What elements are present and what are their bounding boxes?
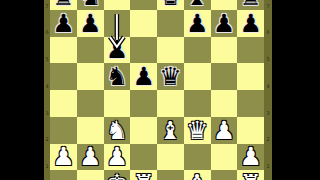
chess-video-frame: ♜♞♚♝♜♟♟♟♟♟♟♞♟♛♞♝♛♟♟♟♟♟♚♜♝♜ 8877665544332…	[0, 0, 320, 180]
piece-black-knight-c5[interactable]: ♞	[106, 64, 128, 89]
square-d8[interactable]	[130, 0, 157, 10]
square-a6[interactable]	[50, 37, 77, 64]
piece-white-king-c1[interactable]: ♚	[106, 171, 128, 180]
piece-black-rook-a8[interactable]: ♜	[52, 0, 74, 9]
piece-black-pawn-a7[interactable]: ♟	[52, 11, 74, 36]
square-a1[interactable]	[50, 170, 77, 180]
square-f7[interactable]: ♟	[184, 10, 211, 37]
square-f5[interactable]	[184, 63, 211, 90]
chess-board: ♜♞♚♝♜♟♟♟♟♟♟♞♟♛♞♝♛♟♟♟♟♟♚♜♝♜	[50, 0, 264, 180]
piece-white-pawn-a2[interactable]: ♟	[52, 144, 74, 169]
square-h7[interactable]: ♟	[237, 10, 264, 37]
square-c1[interactable]: ♚	[104, 170, 131, 180]
rank-label-right-7: 7	[264, 0, 272, 20]
piece-black-bishop-f8[interactable]: ♝	[186, 0, 208, 9]
square-e8[interactable]: ♚	[157, 0, 184, 10]
square-e1[interactable]	[157, 170, 184, 180]
square-d5[interactable]: ♟	[130, 63, 157, 90]
square-g3[interactable]: ♟	[211, 117, 238, 144]
square-e7[interactable]	[157, 10, 184, 37]
square-g5[interactable]	[211, 63, 238, 90]
piece-white-pawn-b2[interactable]: ♟	[79, 144, 101, 169]
piece-white-rook-d1[interactable]: ♜	[132, 171, 154, 180]
square-b3[interactable]	[77, 117, 104, 144]
square-h6[interactable]	[237, 37, 264, 64]
square-c5[interactable]: ♞	[104, 63, 131, 90]
piece-white-queen-f3[interactable]: ♛	[186, 118, 208, 143]
piece-white-knight-c3[interactable]: ♞	[106, 118, 128, 143]
square-b6[interactable]	[77, 37, 104, 64]
piece-black-pawn-c6[interactable]: ♟	[106, 37, 128, 62]
square-e2[interactable]	[157, 144, 184, 171]
square-f3[interactable]: ♛	[184, 117, 211, 144]
piece-black-pawn-d5[interactable]: ♟	[132, 64, 154, 89]
square-b7[interactable]: ♟	[77, 10, 104, 37]
square-b5[interactable]	[77, 63, 104, 90]
piece-black-queen-e5[interactable]: ♛	[159, 64, 181, 89]
square-b1[interactable]	[77, 170, 104, 180]
piece-black-knight-b8[interactable]: ♞	[79, 0, 101, 9]
square-a5[interactable]	[50, 63, 77, 90]
square-g4[interactable]	[211, 90, 238, 117]
square-d4[interactable]	[130, 90, 157, 117]
square-a4[interactable]	[50, 90, 77, 117]
square-c8[interactable]	[104, 0, 131, 10]
square-e4[interactable]	[157, 90, 184, 117]
piece-white-pawn-h2[interactable]: ♟	[239, 144, 261, 169]
square-g7[interactable]: ♟	[211, 10, 238, 37]
square-g1[interactable]	[211, 170, 238, 180]
square-a2[interactable]: ♟	[50, 144, 77, 171]
square-b2[interactable]: ♟	[77, 144, 104, 171]
square-d1[interactable]: ♜	[130, 170, 157, 180]
rank-label-right-4: 4	[264, 73, 272, 100]
square-d6[interactable]	[130, 37, 157, 64]
piece-black-king-e8[interactable]: ♚	[159, 0, 181, 9]
chess-board-frame: ♜♞♚♝♜♟♟♟♟♟♟♞♟♛♞♝♛♟♟♟♟♟♚♜♝♜ 8877665544332…	[44, 0, 272, 180]
square-f6[interactable]	[184, 37, 211, 64]
piece-white-bishop-e3[interactable]: ♝	[159, 118, 181, 143]
piece-black-pawn-g7[interactable]: ♟	[213, 11, 235, 36]
square-c7[interactable]	[104, 10, 131, 37]
square-c4[interactable]	[104, 90, 131, 117]
rank-label-right-5: 5	[264, 46, 272, 73]
rank-label-right-3: 3	[264, 100, 272, 127]
square-d2[interactable]	[130, 144, 157, 171]
piece-white-rook-h1[interactable]: ♜	[239, 171, 261, 180]
rank-label-right-2: 2	[264, 127, 272, 154]
square-a7[interactable]: ♟	[50, 10, 77, 37]
piece-black-pawn-h7[interactable]: ♟	[239, 11, 261, 36]
square-h3[interactable]	[237, 117, 264, 144]
piece-black-pawn-f7[interactable]: ♟	[186, 11, 208, 36]
square-e5[interactable]: ♛	[157, 63, 184, 90]
square-f1[interactable]: ♝	[184, 170, 211, 180]
square-f4[interactable]	[184, 90, 211, 117]
rank-label-right-1: 1	[264, 153, 272, 180]
square-h2[interactable]: ♟	[237, 144, 264, 171]
piece-white-pawn-c2[interactable]: ♟	[106, 144, 128, 169]
square-c6[interactable]: ♟	[104, 37, 131, 64]
square-e6[interactable]	[157, 37, 184, 64]
square-d7[interactable]	[130, 10, 157, 37]
piece-black-rook-h8[interactable]: ♜	[239, 0, 261, 9]
piece-white-pawn-g3[interactable]: ♟	[213, 118, 235, 143]
square-h1[interactable]: ♜	[237, 170, 264, 180]
square-h5[interactable]	[237, 63, 264, 90]
square-g2[interactable]	[211, 144, 238, 171]
square-f2[interactable]	[184, 144, 211, 171]
square-g6[interactable]	[211, 37, 238, 64]
square-d3[interactable]	[130, 117, 157, 144]
square-c3[interactable]: ♞	[104, 117, 131, 144]
square-e3[interactable]: ♝	[157, 117, 184, 144]
square-c2[interactable]: ♟	[104, 144, 131, 171]
rank-label-right-6: 6	[264, 20, 272, 47]
square-a3[interactable]	[50, 117, 77, 144]
piece-black-pawn-b7[interactable]: ♟	[79, 11, 101, 36]
square-h4[interactable]	[237, 90, 264, 117]
square-b4[interactable]	[77, 90, 104, 117]
piece-white-bishop-f1[interactable]: ♝	[186, 171, 208, 180]
